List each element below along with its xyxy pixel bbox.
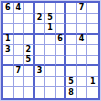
cell-r4c2[interactable] (14, 35, 25, 46)
cell-r5c5[interactable] (45, 45, 56, 56)
cell-r2c2[interactable] (14, 14, 25, 25)
cell-r2c1[interactable] (3, 14, 14, 25)
cell-r4c8[interactable]: 4 (77, 35, 88, 46)
sudoku-frame: 64725116432573518 (0, 0, 101, 101)
cell-r7c4[interactable]: 3 (35, 66, 46, 77)
cell-r7c9[interactable] (87, 66, 98, 77)
cell-r6c3[interactable]: 5 (24, 56, 35, 67)
cell-r7c5[interactable] (45, 66, 56, 77)
cell-r4c1[interactable]: 1 (3, 35, 14, 46)
cell-r8c9[interactable]: 1 (87, 77, 98, 88)
cell-r7c2[interactable]: 7 (14, 66, 25, 77)
cell-r6c4[interactable] (35, 56, 46, 67)
cell-r7c8[interactable] (77, 66, 88, 77)
cell-r9c7[interactable]: 8 (66, 87, 77, 98)
cell-r1c3[interactable] (24, 3, 35, 14)
cell-r3c2[interactable] (14, 24, 25, 35)
cell-r9c8[interactable] (77, 87, 88, 98)
cell-r9c2[interactable] (14, 87, 25, 98)
cell-r2c3[interactable] (24, 14, 35, 25)
cell-r8c6[interactable] (56, 77, 67, 88)
cell-r8c5[interactable] (45, 77, 56, 88)
cell-r5c1[interactable]: 3 (3, 45, 14, 56)
cell-r9c9[interactable] (87, 87, 98, 98)
cell-r7c1[interactable] (3, 66, 14, 77)
cell-r2c6[interactable] (56, 14, 67, 25)
cell-r5c2[interactable] (14, 45, 25, 56)
cell-r3c6[interactable] (56, 24, 67, 35)
cell-r8c4[interactable] (35, 77, 46, 88)
cell-r1c4[interactable] (35, 3, 46, 14)
cell-r3c9[interactable] (87, 24, 98, 35)
cell-r1c5[interactable] (45, 3, 56, 14)
cell-r9c5[interactable] (45, 87, 56, 98)
cell-r6c6[interactable] (56, 56, 67, 67)
cell-r6c5[interactable] (45, 56, 56, 67)
cell-r1c1[interactable]: 6 (3, 3, 14, 14)
cell-r1c9[interactable] (87, 3, 98, 14)
cell-r1c2[interactable]: 4 (14, 3, 25, 14)
cell-r4c4[interactable] (35, 35, 46, 46)
cell-r6c8[interactable] (77, 56, 88, 67)
cell-r2c9[interactable] (87, 14, 98, 25)
cell-r4c3[interactable] (24, 35, 35, 46)
cell-r1c6[interactable] (56, 3, 67, 14)
cell-r6c1[interactable] (3, 56, 14, 67)
cell-r9c1[interactable] (3, 87, 14, 98)
cell-r8c8[interactable] (77, 77, 88, 88)
cell-r8c1[interactable] (3, 77, 14, 88)
cell-r9c6[interactable] (56, 87, 67, 98)
cell-r1c7[interactable] (66, 3, 77, 14)
cell-r2c4[interactable]: 2 (35, 14, 46, 25)
cell-r5c7[interactable] (66, 45, 77, 56)
cell-r4c6[interactable]: 6 (56, 35, 67, 46)
cell-r6c2[interactable] (14, 56, 25, 67)
cell-r3c5[interactable]: 1 (45, 24, 56, 35)
cell-r4c5[interactable] (45, 35, 56, 46)
cell-r3c8[interactable] (77, 24, 88, 35)
cell-r7c3[interactable] (24, 66, 35, 77)
cell-r3c3[interactable] (24, 24, 35, 35)
sudoku-board: 64725116432573518 (1, 1, 100, 100)
cell-r1c8[interactable]: 7 (77, 3, 88, 14)
cell-r4c9[interactable] (87, 35, 98, 46)
cell-r9c3[interactable] (24, 87, 35, 98)
cell-r6c7[interactable] (66, 56, 77, 67)
cell-r4c7[interactable] (66, 35, 77, 46)
cell-r9c4[interactable] (35, 87, 46, 98)
cell-r2c7[interactable] (66, 14, 77, 25)
cell-r5c4[interactable] (35, 45, 46, 56)
cell-r6c9[interactable] (87, 56, 98, 67)
cell-r7c6[interactable] (56, 66, 67, 77)
cell-r5c6[interactable] (56, 45, 67, 56)
cell-r5c9[interactable] (87, 45, 98, 56)
cell-r3c7[interactable] (66, 24, 77, 35)
cell-r3c1[interactable] (3, 24, 14, 35)
cell-r8c3[interactable] (24, 77, 35, 88)
cell-r7c7[interactable] (66, 66, 77, 77)
cell-r3c4[interactable] (35, 24, 46, 35)
cell-r8c7[interactable]: 5 (66, 77, 77, 88)
cell-r8c2[interactable] (14, 77, 25, 88)
cell-r5c8[interactable] (77, 45, 88, 56)
cell-r2c8[interactable] (77, 14, 88, 25)
